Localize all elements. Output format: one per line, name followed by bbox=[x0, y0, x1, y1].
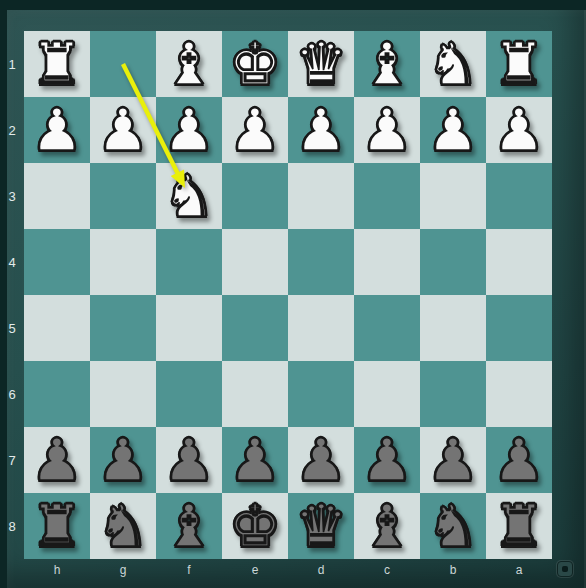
square-d1[interactable]: ♛ bbox=[288, 31, 354, 97]
rank-label-8: 8 bbox=[0, 493, 24, 559]
black-pawn-h7[interactable]: ♟ bbox=[31, 431, 83, 489]
rank-label-2: 2 bbox=[0, 97, 24, 163]
black-pawn-d7[interactable]: ♟ bbox=[295, 431, 347, 489]
rank-label-5: 5 bbox=[0, 295, 24, 361]
square-e2[interactable]: ♟ bbox=[222, 97, 288, 163]
square-d8[interactable]: ♛ bbox=[288, 493, 354, 559]
square-h8[interactable]: ♜ bbox=[24, 493, 90, 559]
square-d7[interactable]: ♟ bbox=[288, 427, 354, 493]
black-knight-g8[interactable]: ♞ bbox=[97, 497, 149, 555]
square-f8[interactable]: ♝ bbox=[156, 493, 222, 559]
square-h7[interactable]: ♟ bbox=[24, 427, 90, 493]
white-queen-d1[interactable]: ♛ bbox=[295, 35, 347, 93]
square-d2[interactable]: ♟ bbox=[288, 97, 354, 163]
rank-label-4: 4 bbox=[0, 229, 24, 295]
square-c7[interactable]: ♟ bbox=[354, 427, 420, 493]
square-g7[interactable]: ♟ bbox=[90, 427, 156, 493]
white-pawn-f2[interactable]: ♟ bbox=[163, 101, 215, 159]
square-e5[interactable] bbox=[222, 295, 288, 361]
square-d4[interactable] bbox=[288, 229, 354, 295]
black-bishop-c8[interactable]: ♝ bbox=[361, 497, 413, 555]
white-bishop-f1[interactable]: ♝ bbox=[163, 35, 215, 93]
square-c1[interactable]: ♝ bbox=[354, 31, 420, 97]
square-c3[interactable] bbox=[354, 163, 420, 229]
square-e4[interactable] bbox=[222, 229, 288, 295]
square-f4[interactable] bbox=[156, 229, 222, 295]
square-b2[interactable]: ♟ bbox=[420, 97, 486, 163]
black-rook-h8[interactable]: ♜ bbox=[31, 497, 83, 555]
black-king-e8[interactable]: ♚ bbox=[229, 497, 281, 555]
square-a2[interactable]: ♟ bbox=[486, 97, 552, 163]
square-f1[interactable]: ♝ bbox=[156, 31, 222, 97]
rank-label-3: 3 bbox=[0, 163, 24, 229]
square-g5[interactable] bbox=[90, 295, 156, 361]
chess-app-window: 12345678 ♜♝♚♛♝♞♜♟♟♟♟♟♟♟♟♞♟♟♟♟♟♟♟♟♜♞♝♚♛♝♞… bbox=[0, 0, 586, 588]
square-h5[interactable] bbox=[24, 295, 90, 361]
square-f3[interactable]: ♞ bbox=[156, 163, 222, 229]
white-rook-h1[interactable]: ♜ bbox=[31, 35, 83, 93]
square-b6[interactable] bbox=[420, 361, 486, 427]
square-c2[interactable]: ♟ bbox=[354, 97, 420, 163]
square-d3[interactable] bbox=[288, 163, 354, 229]
white-bishop-c1[interactable]: ♝ bbox=[361, 35, 413, 93]
white-pawn-e2[interactable]: ♟ bbox=[229, 101, 281, 159]
square-e8[interactable]: ♚ bbox=[222, 493, 288, 559]
white-knight-f3[interactable]: ♞ bbox=[163, 167, 215, 225]
white-pawn-g2[interactable]: ♟ bbox=[97, 101, 149, 159]
black-knight-b8[interactable]: ♞ bbox=[427, 497, 479, 555]
white-pawn-h2[interactable]: ♟ bbox=[31, 101, 83, 159]
file-labels: hgfedcba bbox=[24, 560, 552, 580]
square-f5[interactable] bbox=[156, 295, 222, 361]
square-a8[interactable]: ♜ bbox=[486, 493, 552, 559]
white-pawn-d2[interactable]: ♟ bbox=[295, 101, 347, 159]
square-h6[interactable] bbox=[24, 361, 90, 427]
rank-label-6: 6 bbox=[0, 361, 24, 427]
square-a3[interactable] bbox=[486, 163, 552, 229]
black-bishop-f8[interactable]: ♝ bbox=[163, 497, 215, 555]
rank-label-1: 1 bbox=[0, 31, 24, 97]
rank-label-7: 7 bbox=[0, 427, 24, 493]
square-d6[interactable] bbox=[288, 361, 354, 427]
square-c5[interactable] bbox=[354, 295, 420, 361]
chess-board: ♜♝♚♛♝♞♜♟♟♟♟♟♟♟♟♞♟♟♟♟♟♟♟♟♜♞♝♚♛♝♞♜ bbox=[24, 31, 552, 559]
square-e7[interactable]: ♟ bbox=[222, 427, 288, 493]
black-pawn-f7[interactable]: ♟ bbox=[163, 431, 215, 489]
square-b1[interactable]: ♞ bbox=[420, 31, 486, 97]
square-c6[interactable] bbox=[354, 361, 420, 427]
square-b7[interactable]: ♟ bbox=[420, 427, 486, 493]
square-f6[interactable] bbox=[156, 361, 222, 427]
square-b3[interactable] bbox=[420, 163, 486, 229]
square-h4[interactable] bbox=[24, 229, 90, 295]
square-a7[interactable]: ♟ bbox=[486, 427, 552, 493]
file-label-g: g bbox=[90, 560, 156, 580]
status-dot-icon bbox=[562, 566, 568, 572]
square-h1[interactable]: ♜ bbox=[24, 31, 90, 97]
square-c4[interactable] bbox=[354, 229, 420, 295]
file-label-a: a bbox=[486, 560, 552, 580]
square-f7[interactable]: ♟ bbox=[156, 427, 222, 493]
black-pawn-e7[interactable]: ♟ bbox=[229, 431, 281, 489]
square-a1[interactable]: ♜ bbox=[486, 31, 552, 97]
square-c8[interactable]: ♝ bbox=[354, 493, 420, 559]
white-pawn-c2[interactable]: ♟ bbox=[361, 101, 413, 159]
square-b4[interactable] bbox=[420, 229, 486, 295]
square-g4[interactable] bbox=[90, 229, 156, 295]
square-f2[interactable]: ♟ bbox=[156, 97, 222, 163]
square-g8[interactable]: ♞ bbox=[90, 493, 156, 559]
black-rook-a8[interactable]: ♜ bbox=[493, 497, 545, 555]
square-g1[interactable] bbox=[90, 31, 156, 97]
white-pawn-b2[interactable]: ♟ bbox=[427, 101, 479, 159]
white-knight-b1[interactable]: ♞ bbox=[427, 35, 479, 93]
square-e3[interactable] bbox=[222, 163, 288, 229]
square-a5[interactable] bbox=[486, 295, 552, 361]
black-queen-d8[interactable]: ♛ bbox=[295, 497, 347, 555]
square-b8[interactable]: ♞ bbox=[420, 493, 486, 559]
file-label-e: e bbox=[222, 560, 288, 580]
square-g6[interactable] bbox=[90, 361, 156, 427]
file-label-h: h bbox=[24, 560, 90, 580]
black-pawn-g7[interactable]: ♟ bbox=[97, 431, 149, 489]
corner-status-button[interactable] bbox=[557, 561, 573, 577]
square-h3[interactable] bbox=[24, 163, 90, 229]
file-label-c: c bbox=[354, 560, 420, 580]
file-label-b: b bbox=[420, 560, 486, 580]
square-h2[interactable]: ♟ bbox=[24, 97, 90, 163]
square-a6[interactable] bbox=[486, 361, 552, 427]
black-pawn-a7[interactable]: ♟ bbox=[493, 431, 545, 489]
file-label-d: d bbox=[288, 560, 354, 580]
file-label-f: f bbox=[156, 560, 222, 580]
rank-labels: 12345678 bbox=[0, 31, 24, 559]
white-king-e1[interactable]: ♚ bbox=[229, 35, 281, 93]
square-g3[interactable] bbox=[90, 163, 156, 229]
white-rook-a1[interactable]: ♜ bbox=[493, 35, 545, 93]
square-e1[interactable]: ♚ bbox=[222, 31, 288, 97]
black-pawn-c7[interactable]: ♟ bbox=[361, 431, 413, 489]
square-e6[interactable] bbox=[222, 361, 288, 427]
square-a4[interactable] bbox=[486, 229, 552, 295]
black-pawn-b7[interactable]: ♟ bbox=[427, 431, 479, 489]
square-d5[interactable] bbox=[288, 295, 354, 361]
square-g2[interactable]: ♟ bbox=[90, 97, 156, 163]
square-b5[interactable] bbox=[420, 295, 486, 361]
white-pawn-a2[interactable]: ♟ bbox=[493, 101, 545, 159]
